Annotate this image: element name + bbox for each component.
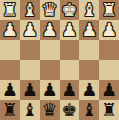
square-r2c5[interactable]: ♟ <box>79 20 99 40</box>
black-pawn-piece: ♟ <box>2 81 18 99</box>
square-r1c1[interactable]: ♜ <box>0 0 20 20</box>
square-r4c5[interactable] <box>79 60 99 80</box>
square-r4c1[interactable] <box>0 60 20 80</box>
white-rook-piece: ♜ <box>101 1 117 19</box>
white-pawn-piece: ♟ <box>61 21 77 39</box>
square-r5c4[interactable]: ♟ <box>60 80 80 100</box>
square-r6c6[interactable]: ♜ <box>99 100 119 120</box>
square-r3c1[interactable] <box>0 40 20 60</box>
square-r2c6[interactable]: ♟ <box>99 20 119 40</box>
black-queen-piece: ♛ <box>42 101 58 119</box>
square-r4c2[interactable] <box>20 60 40 80</box>
chess-board: ♜♝♛♚♝♜♟♟♟♟♟♟♟♟♟♟♟♟♜♝♛♚♝♜ <box>0 0 119 120</box>
square-r1c3[interactable]: ♛ <box>40 0 60 20</box>
square-r3c4[interactable] <box>60 40 80 60</box>
square-r4c3[interactable] <box>40 60 60 80</box>
square-r3c5[interactable] <box>79 40 99 60</box>
black-king-piece: ♚ <box>61 101 77 119</box>
square-r5c1[interactable]: ♟ <box>0 80 20 100</box>
white-bishop-piece: ♝ <box>22 1 38 19</box>
square-r6c5[interactable]: ♝ <box>79 100 99 120</box>
black-pawn-piece: ♟ <box>101 81 117 99</box>
square-r3c2[interactable] <box>20 40 40 60</box>
white-pawn-piece: ♟ <box>22 21 38 39</box>
white-pawn-piece: ♟ <box>42 21 58 39</box>
black-pawn-piece: ♟ <box>42 81 58 99</box>
white-pawn-piece: ♟ <box>2 21 18 39</box>
square-r5c3[interactable]: ♟ <box>40 80 60 100</box>
square-r1c6[interactable]: ♜ <box>99 0 119 20</box>
square-r2c1[interactable]: ♟ <box>0 20 20 40</box>
square-r2c2[interactable]: ♟ <box>20 20 40 40</box>
square-r2c3[interactable]: ♟ <box>40 20 60 40</box>
black-rook-piece: ♜ <box>101 101 117 119</box>
black-pawn-piece: ♟ <box>81 81 97 99</box>
square-r6c3[interactable]: ♛ <box>40 100 60 120</box>
square-r1c5[interactable]: ♝ <box>79 0 99 20</box>
square-r1c2[interactable]: ♝ <box>20 0 40 20</box>
square-r6c1[interactable]: ♜ <box>0 100 20 120</box>
black-bishop-piece: ♝ <box>81 101 97 119</box>
black-pawn-piece: ♟ <box>61 81 77 99</box>
square-r2c4[interactable]: ♟ <box>60 20 80 40</box>
square-r3c3[interactable] <box>40 40 60 60</box>
square-r5c6[interactable]: ♟ <box>99 80 119 100</box>
white-rook-piece: ♜ <box>2 1 18 19</box>
square-r3c6[interactable] <box>99 40 119 60</box>
square-r4c4[interactable] <box>60 60 80 80</box>
black-pawn-piece: ♟ <box>22 81 38 99</box>
white-pawn-piece: ♟ <box>81 21 97 39</box>
square-r5c2[interactable]: ♟ <box>20 80 40 100</box>
square-r6c2[interactable]: ♝ <box>20 100 40 120</box>
white-bishop-piece: ♝ <box>81 1 97 19</box>
square-r6c4[interactable]: ♚ <box>60 100 80 120</box>
square-r1c4[interactable]: ♚ <box>60 0 80 20</box>
white-pawn-piece: ♟ <box>101 21 117 39</box>
black-bishop-piece: ♝ <box>22 101 38 119</box>
square-r5c5[interactable]: ♟ <box>79 80 99 100</box>
square-r4c6[interactable] <box>99 60 119 80</box>
white-king-piece: ♚ <box>61 1 77 19</box>
black-rook-piece: ♜ <box>2 101 18 119</box>
white-queen-piece: ♛ <box>42 1 58 19</box>
